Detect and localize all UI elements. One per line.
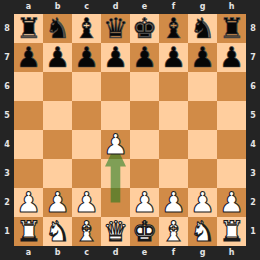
file-labels-bottom: abcdefgh — [14, 246, 246, 260]
square-a2[interactable]: ♟ — [14, 188, 43, 217]
square-b2[interactable]: ♟ — [43, 188, 72, 217]
square-h6[interactable] — [217, 72, 246, 101]
square-b5[interactable] — [43, 101, 72, 130]
file-label-bottom-h: h — [217, 246, 246, 260]
square-e5[interactable] — [130, 101, 159, 130]
square-g8[interactable]: ♞ — [188, 14, 217, 43]
square-d4[interactable]: ♟ — [101, 130, 130, 159]
square-g1[interactable]: ♞ — [188, 217, 217, 246]
rank-label-left-7: 7 — [0, 43, 14, 72]
square-b3[interactable] — [43, 159, 72, 188]
square-a5[interactable] — [14, 101, 43, 130]
square-a4[interactable] — [14, 130, 43, 159]
square-f5[interactable] — [159, 101, 188, 130]
square-d3[interactable] — [101, 159, 130, 188]
file-label-bottom-g: g — [188, 246, 217, 260]
piece-black-knight-b8[interactable]: ♞ — [43, 14, 72, 43]
square-h2[interactable]: ♟ — [217, 188, 246, 217]
square-h8[interactable]: ♜ — [217, 14, 246, 43]
board-area: ♜♞♝♛♚♝♞♜♟♟♟♟♟♟♟♟♟♟♟♟♟♟♟♟♜♞♝♛♚♝♞♜ — [14, 14, 246, 246]
piece-white-queen-d1[interactable]: ♛ — [101, 217, 130, 246]
square-b1[interactable]: ♞ — [43, 217, 72, 246]
square-e6[interactable] — [130, 72, 159, 101]
piece-white-king-e1[interactable]: ♚ — [130, 217, 159, 246]
piece-black-pawn-b7[interactable]: ♟ — [43, 43, 72, 72]
piece-white-pawn-a2[interactable]: ♟ — [14, 188, 43, 217]
piece-white-pawn-f2[interactable]: ♟ — [159, 188, 188, 217]
piece-white-pawn-c2[interactable]: ♟ — [72, 188, 101, 217]
piece-black-pawn-h7[interactable]: ♟ — [217, 43, 246, 72]
square-g2[interactable]: ♟ — [188, 188, 217, 217]
piece-white-pawn-d4[interactable]: ♟ — [101, 130, 130, 159]
square-g7[interactable]: ♟ — [188, 43, 217, 72]
piece-white-bishop-f1[interactable]: ♝ — [159, 217, 188, 246]
chess-board: abcdefgh abcdefgh 87654321 87654321 ♜♞♝♛… — [0, 0, 260, 260]
square-a8[interactable]: ♜ — [14, 14, 43, 43]
square-g3[interactable] — [188, 159, 217, 188]
square-d7[interactable]: ♟ — [101, 43, 130, 72]
rank-label-left-4: 4 — [0, 130, 14, 159]
square-f8[interactable]: ♝ — [159, 14, 188, 43]
square-a3[interactable] — [14, 159, 43, 188]
square-c8[interactable]: ♝ — [72, 14, 101, 43]
rank-label-right-5: 5 — [246, 101, 260, 130]
square-c2[interactable]: ♟ — [72, 188, 101, 217]
square-d6[interactable] — [101, 72, 130, 101]
file-label-bottom-a: a — [14, 246, 43, 260]
square-a6[interactable] — [14, 72, 43, 101]
square-c3[interactable] — [72, 159, 101, 188]
piece-black-bishop-c8[interactable]: ♝ — [72, 14, 101, 43]
rank-label-right-8: 8 — [246, 14, 260, 43]
square-d8[interactable]: ♛ — [101, 14, 130, 43]
rank-label-right-3: 3 — [246, 159, 260, 188]
square-g6[interactable] — [188, 72, 217, 101]
square-f4[interactable] — [159, 130, 188, 159]
square-d5[interactable] — [101, 101, 130, 130]
file-label-bottom-b: b — [43, 246, 72, 260]
square-e2[interactable]: ♟ — [130, 188, 159, 217]
piece-black-pawn-f7[interactable]: ♟ — [159, 43, 188, 72]
square-e4[interactable] — [130, 130, 159, 159]
piece-black-rook-h8[interactable]: ♜ — [217, 14, 246, 43]
square-h7[interactable]: ♟ — [217, 43, 246, 72]
piece-black-pawn-d7[interactable]: ♟ — [101, 43, 130, 72]
square-h5[interactable] — [217, 101, 246, 130]
square-d2[interactable] — [101, 188, 130, 217]
rank-label-left-2: 2 — [0, 188, 14, 217]
piece-white-knight-g1[interactable]: ♞ — [188, 217, 217, 246]
rank-label-left-8: 8 — [0, 14, 14, 43]
square-f2[interactable]: ♟ — [159, 188, 188, 217]
square-b7[interactable]: ♟ — [43, 43, 72, 72]
rank-labels-right: 87654321 — [246, 14, 260, 246]
piece-black-pawn-c7[interactable]: ♟ — [72, 43, 101, 72]
piece-black-pawn-e7[interactable]: ♟ — [130, 43, 159, 72]
rank-label-right-6: 6 — [246, 72, 260, 101]
rank-label-left-6: 6 — [0, 72, 14, 101]
piece-black-queen-d8[interactable]: ♛ — [101, 14, 130, 43]
rank-label-left-5: 5 — [0, 101, 14, 130]
rank-label-right-4: 4 — [246, 130, 260, 159]
square-h1[interactable]: ♜ — [217, 217, 246, 246]
rank-label-right-7: 7 — [246, 43, 260, 72]
square-d1[interactable]: ♛ — [101, 217, 130, 246]
rank-label-right-1: 1 — [246, 217, 260, 246]
piece-white-pawn-b2[interactable]: ♟ — [43, 188, 72, 217]
square-c1[interactable]: ♝ — [72, 217, 101, 246]
piece-black-pawn-g7[interactable]: ♟ — [188, 43, 217, 72]
rank-labels-left: 87654321 — [0, 14, 14, 246]
piece-black-king-e8[interactable]: ♚ — [130, 14, 159, 43]
piece-black-knight-g8[interactable]: ♞ — [188, 14, 217, 43]
square-g5[interactable] — [188, 101, 217, 130]
piece-white-pawn-g2[interactable]: ♟ — [188, 188, 217, 217]
piece-white-rook-h1[interactable]: ♜ — [217, 217, 246, 246]
file-label-bottom-c: c — [72, 246, 101, 260]
square-c7[interactable]: ♟ — [72, 43, 101, 72]
square-f1[interactable]: ♝ — [159, 217, 188, 246]
square-b6[interactable] — [43, 72, 72, 101]
piece-white-rook-a1[interactable]: ♜ — [14, 217, 43, 246]
square-a1[interactable]: ♜ — [14, 217, 43, 246]
square-b8[interactable]: ♞ — [43, 14, 72, 43]
square-e3[interactable] — [130, 159, 159, 188]
piece-black-pawn-a7[interactable]: ♟ — [14, 43, 43, 72]
piece-white-knight-b1[interactable]: ♞ — [43, 217, 72, 246]
rank-label-left-1: 1 — [0, 217, 14, 246]
board-squares: ♜♞♝♛♚♝♞♜♟♟♟♟♟♟♟♟♟♟♟♟♟♟♟♟♜♞♝♛♚♝♞♜ — [14, 14, 246, 246]
file-label-bottom-d: d — [101, 246, 130, 260]
piece-white-pawn-h2[interactable]: ♟ — [217, 188, 246, 217]
square-a7[interactable]: ♟ — [14, 43, 43, 72]
square-b4[interactable] — [43, 130, 72, 159]
square-c6[interactable] — [72, 72, 101, 101]
square-e8[interactable]: ♚ — [130, 14, 159, 43]
piece-black-bishop-f8[interactable]: ♝ — [159, 14, 188, 43]
square-f6[interactable] — [159, 72, 188, 101]
square-f7[interactable]: ♟ — [159, 43, 188, 72]
file-label-bottom-f: f — [159, 246, 188, 260]
rank-label-left-3: 3 — [0, 159, 14, 188]
square-c5[interactable] — [72, 101, 101, 130]
square-h4[interactable] — [217, 130, 246, 159]
file-label-bottom-e: e — [130, 246, 159, 260]
square-h3[interactable] — [217, 159, 246, 188]
piece-white-bishop-c1[interactable]: ♝ — [72, 217, 101, 246]
square-f3[interactable] — [159, 159, 188, 188]
square-c4[interactable] — [72, 130, 101, 159]
piece-black-rook-a8[interactable]: ♜ — [14, 14, 43, 43]
square-g4[interactable] — [188, 130, 217, 159]
square-e1[interactable]: ♚ — [130, 217, 159, 246]
rank-label-right-2: 2 — [246, 188, 260, 217]
square-e7[interactable]: ♟ — [130, 43, 159, 72]
piece-white-pawn-e2[interactable]: ♟ — [130, 188, 159, 217]
